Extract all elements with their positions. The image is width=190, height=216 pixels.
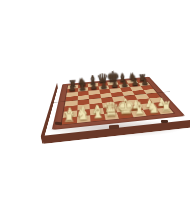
black-pawn: ♟ [62, 83, 83, 93]
board-foot-right [161, 120, 168, 123]
square-a1: ♜ [62, 116, 77, 124]
board-grid: ♜♞♝♛♚♝♞♜♟♟♟♟♟♟♟♟♟♟♟♟♟♟♟♟♜♞♝♛♚♝♞♜ [62, 79, 174, 125]
board-foot-left [55, 122, 62, 125]
board-clasp-latch [109, 125, 119, 129]
chess-set-product-photo: ♜♞♝♛♚♝♞♜♟♟♟♟♟♟♟♟♟♟♟♟♟♟♟♟♜♞♝♛♚♝♞♜ [40, 16, 190, 216]
square-a7: ♟ [67, 88, 78, 93]
